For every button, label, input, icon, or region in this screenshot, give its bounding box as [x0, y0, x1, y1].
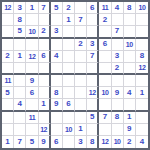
cell-r9c8-empty[interactable] [87, 99, 99, 111]
cell-r4c5-empty[interactable] [51, 39, 63, 51]
cell-r2c12-empty[interactable] [136, 14, 148, 26]
cell-r2c9-given[interactable]: 2 [99, 14, 111, 26]
cell-r10c7-empty[interactable] [75, 112, 87, 124]
cell-r11c1-empty[interactable] [2, 124, 14, 136]
cell-r6c1-empty[interactable] [2, 63, 14, 75]
cell-r6c10-given[interactable]: 2 [112, 63, 124, 75]
cell-r8c4-empty[interactable] [39, 87, 51, 99]
cell-r9c11-empty[interactable] [124, 99, 136, 111]
cell-r5c12-given[interactable]: 8 [136, 51, 148, 63]
cell-r11c9-empty[interactable] [99, 124, 111, 136]
sudoku-board: 1231752611481081725102372361021126473821… [0, 0, 150, 150]
cell-r7c4-empty[interactable] [39, 75, 51, 87]
cell-r3c11-empty[interactable] [124, 26, 136, 38]
cell-r10c2-empty[interactable] [14, 112, 26, 124]
cell-r12c3-given[interactable]: 5 [26, 136, 38, 148]
cell-r10c10-given[interactable]: 8 [112, 112, 124, 124]
cell-r10c4-empty[interactable] [39, 112, 51, 124]
cell-r1c12-given[interactable]: 10 [136, 2, 148, 14]
cell-r2c5-empty[interactable] [51, 14, 63, 26]
cell-r9c3-empty[interactable] [26, 99, 38, 111]
cell-r12c7-given[interactable]: 3 [75, 136, 87, 148]
cell-r9c2-given[interactable]: 4 [14, 99, 26, 111]
cell-r6c3-empty[interactable] [26, 63, 38, 75]
cell-r12c11-given[interactable]: 2 [124, 136, 136, 148]
cell-r2c3-empty[interactable] [26, 14, 38, 26]
cell-r11c12-empty[interactable] [136, 124, 148, 136]
cell-r10c3-given[interactable]: 11 [26, 112, 38, 124]
cell-r1c3-given[interactable]: 1 [26, 2, 38, 14]
cell-r8c11-given[interactable]: 4 [124, 87, 136, 99]
cell-r4c3-empty[interactable] [26, 39, 38, 51]
cell-r2c6-given[interactable]: 1 [63, 14, 75, 26]
cell-r5c2-given[interactable]: 1 [14, 51, 26, 63]
cell-r1c9-given[interactable]: 11 [99, 2, 111, 14]
cell-r8c7-empty[interactable] [75, 87, 87, 99]
cell-r9c7-empty[interactable] [75, 99, 87, 111]
cell-r5c3-given[interactable]: 12 [26, 51, 38, 63]
cell-r12c6-empty[interactable] [63, 136, 75, 148]
cell-r8c10-given[interactable]: 9 [112, 87, 124, 99]
cell-r3c3-given[interactable]: 10 [26, 26, 38, 38]
cell-r4c9-given[interactable]: 6 [99, 39, 111, 51]
cell-r5c8-given[interactable]: 7 [87, 51, 99, 63]
cell-r12c4-given[interactable]: 9 [39, 136, 51, 148]
cell-r3c8-empty[interactable] [87, 26, 99, 38]
cell-r4c8-given[interactable]: 3 [87, 39, 99, 51]
cell-r11c5-empty[interactable] [51, 124, 63, 136]
cell-r5c6-empty[interactable] [63, 51, 75, 63]
cell-r12c5-given[interactable]: 6 [51, 136, 63, 148]
cell-r7c3-given[interactable]: 9 [26, 75, 38, 87]
cell-r8c1-given[interactable]: 5 [2, 87, 14, 99]
cell-r6c9-empty[interactable] [99, 63, 111, 75]
cell-r11c7-given[interactable]: 1 [75, 124, 87, 136]
cell-r7c5-empty[interactable] [51, 75, 63, 87]
cell-r7c11-empty[interactable] [124, 75, 136, 87]
cell-r12c12-given[interactable]: 4 [136, 136, 148, 148]
cell-r4c6-empty[interactable] [63, 39, 75, 51]
cell-r3c1-empty[interactable] [2, 26, 14, 38]
cell-r12c10-given[interactable]: 10 [112, 136, 124, 148]
cell-r9c10-empty[interactable] [112, 99, 124, 111]
cell-r12c1-given[interactable]: 1 [2, 136, 14, 148]
cell-r10c12-empty[interactable] [136, 112, 148, 124]
cell-r2c8-empty[interactable] [87, 14, 99, 26]
cell-r3c4-given[interactable]: 2 [39, 26, 51, 38]
cell-r6c4-empty[interactable] [39, 63, 51, 75]
cell-r1c2-given[interactable]: 3 [14, 2, 26, 14]
cell-r2c10-empty[interactable] [112, 14, 124, 26]
cell-r6c7-empty[interactable] [75, 63, 87, 75]
cell-r11c4-given[interactable]: 12 [39, 124, 51, 136]
cell-r9c12-empty[interactable] [136, 99, 148, 111]
cell-r9c1-empty[interactable] [2, 99, 14, 111]
cell-r2c2-given[interactable]: 8 [14, 14, 26, 26]
cell-r4c7-given[interactable]: 2 [75, 39, 87, 51]
cell-r3c12-empty[interactable] [136, 26, 148, 38]
cell-r5c5-given[interactable]: 4 [51, 51, 63, 63]
cell-r7c10-empty[interactable] [112, 75, 124, 87]
cell-r11c3-empty[interactable] [26, 124, 38, 136]
cell-r11c11-given[interactable]: 9 [124, 124, 136, 136]
cell-r4c4-empty[interactable] [39, 39, 51, 51]
cell-r1c4-given[interactable]: 7 [39, 2, 51, 14]
cell-r1c7-empty[interactable] [75, 2, 87, 14]
cell-r8c2-empty[interactable] [14, 87, 26, 99]
cell-r11c6-given[interactable]: 10 [63, 124, 75, 136]
cell-r12c9-given[interactable]: 12 [99, 136, 111, 148]
cell-r8c5-given[interactable]: 8 [51, 87, 63, 99]
cell-r3c7-empty[interactable] [75, 26, 87, 38]
cell-r2c1-empty[interactable] [2, 14, 14, 26]
cell-r10c8-given[interactable]: 5 [87, 112, 99, 124]
cell-r5c1-given[interactable]: 2 [2, 51, 14, 63]
cell-r6c5-empty[interactable] [51, 63, 63, 75]
cell-r9c9-empty[interactable] [99, 99, 111, 111]
cell-r1c10-given[interactable]: 4 [112, 2, 124, 14]
cell-r5c4-given[interactable]: 6 [39, 51, 51, 63]
cell-r2c4-empty[interactable] [39, 14, 51, 26]
cell-r5c11-empty[interactable] [124, 51, 136, 63]
cell-r7c2-empty[interactable] [14, 75, 26, 87]
cell-r9c4-given[interactable]: 1 [39, 99, 51, 111]
cell-r8c6-empty[interactable] [63, 87, 75, 99]
cell-r9c5-given[interactable]: 9 [51, 99, 63, 111]
cell-r6c2-empty[interactable] [14, 63, 26, 75]
cell-r7c1-given[interactable]: 11 [2, 75, 14, 87]
cell-r11c8-empty[interactable] [87, 124, 99, 136]
cell-r3c10-given[interactable]: 7 [112, 26, 124, 38]
cell-r1c8-given[interactable]: 6 [87, 2, 99, 14]
cell-r8c8-given[interactable]: 12 [87, 87, 99, 99]
cell-r7c12-empty[interactable] [136, 75, 148, 87]
cell-r4c10-empty[interactable] [112, 39, 124, 51]
cell-r10c5-empty[interactable] [51, 112, 63, 124]
cell-r7c9-empty[interactable] [99, 75, 111, 87]
cell-r4c12-empty[interactable] [136, 39, 148, 51]
cell-r10c11-given[interactable]: 1 [124, 112, 136, 124]
cell-r6c6-empty[interactable] [63, 63, 75, 75]
cell-r7c6-empty[interactable] [63, 75, 75, 87]
cell-r11c10-empty[interactable] [112, 124, 124, 136]
cell-r10c6-empty[interactable] [63, 112, 75, 124]
cell-r6c11-empty[interactable] [124, 63, 136, 75]
cell-r4c2-empty[interactable] [14, 39, 26, 51]
cell-r2c7-given[interactable]: 7 [75, 14, 87, 26]
cell-r10c1-empty[interactable] [2, 112, 14, 124]
cell-r7c8-empty[interactable] [87, 75, 99, 87]
cell-r3c5-given[interactable]: 3 [51, 26, 63, 38]
cell-r6c8-empty[interactable] [87, 63, 99, 75]
cell-r3c2-given[interactable]: 5 [14, 26, 26, 38]
cell-r4c1-empty[interactable] [2, 39, 14, 51]
cell-r5c9-empty[interactable] [99, 51, 111, 63]
cell-r7c7-empty[interactable] [75, 75, 87, 87]
cell-r1c1-given[interactable]: 12 [2, 2, 14, 14]
cell-r9c6-given[interactable]: 6 [63, 99, 75, 111]
cell-r8c12-given[interactable]: 1 [136, 87, 148, 99]
cell-r1c5-given[interactable]: 5 [51, 2, 63, 14]
cell-r4c11-given[interactable]: 10 [124, 39, 136, 51]
cell-r12c2-given[interactable]: 7 [14, 136, 26, 148]
cell-r8c9-given[interactable]: 10 [99, 87, 111, 99]
cell-r10c9-given[interactable]: 7 [99, 112, 111, 124]
cell-r1c11-given[interactable]: 8 [124, 2, 136, 14]
cell-r3c6-empty[interactable] [63, 26, 75, 38]
cell-r1c6-given[interactable]: 2 [63, 2, 75, 14]
cell-r2c11-empty[interactable] [124, 14, 136, 26]
cell-r3c9-empty[interactable] [99, 26, 111, 38]
cell-r5c7-empty[interactable] [75, 51, 87, 63]
cell-r12c8-given[interactable]: 8 [87, 136, 99, 148]
cell-r6c12-given[interactable]: 12 [136, 63, 148, 75]
cell-r5c10-given[interactable]: 3 [112, 51, 124, 63]
cell-r11c2-empty[interactable] [14, 124, 26, 136]
cell-r8c3-given[interactable]: 6 [26, 87, 38, 99]
